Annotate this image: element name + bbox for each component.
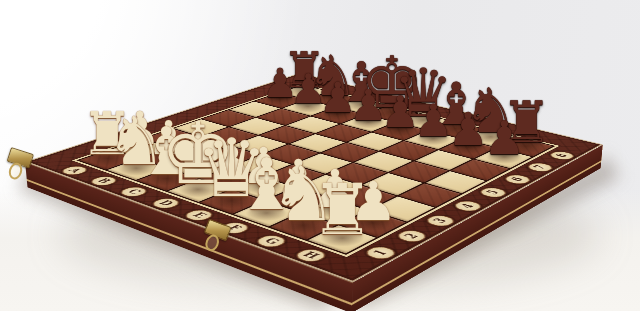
photo-scene: ABCDEFGH12345678 ♜♞♟♝♟♚♟♛♟♝♟♞♟♜♟♟♟♟♜♟♞♟♝… (0, 0, 640, 311)
piece-black-pawn-g7[interactable]: ♟ (448, 107, 489, 153)
piece-white-rook-h1[interactable]: ♜ (311, 175, 374, 245)
piece-black-pawn-h7[interactable]: ♟ (484, 115, 526, 162)
